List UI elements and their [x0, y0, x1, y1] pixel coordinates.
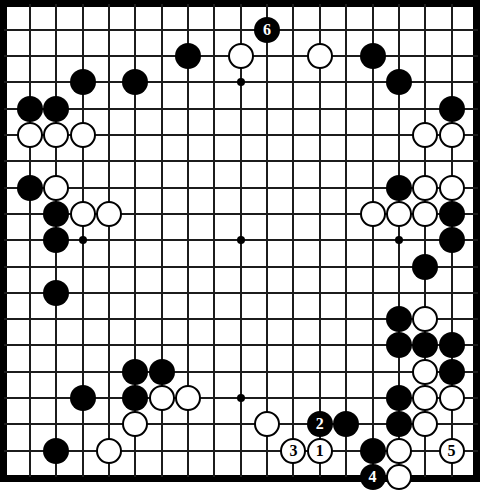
black-stone — [43, 96, 69, 122]
white-stone-move-3: 3 — [280, 438, 306, 464]
white-stone — [386, 438, 412, 464]
move-number-label: 5 — [448, 443, 456, 459]
black-stone — [386, 411, 412, 437]
black-stone — [386, 306, 412, 332]
white-stone — [412, 175, 438, 201]
black-stone — [439, 227, 465, 253]
black-stone — [43, 280, 69, 306]
white-stone-move-5: 5 — [439, 438, 465, 464]
black-stone — [43, 201, 69, 227]
black-stone — [70, 385, 96, 411]
black-stone — [439, 201, 465, 227]
grid-line-horizontal — [4, 160, 478, 162]
white-stone — [307, 43, 333, 69]
white-stone — [360, 201, 386, 227]
grid-line-horizontal — [4, 266, 478, 268]
black-stone — [70, 69, 96, 95]
white-stone — [439, 385, 465, 411]
black-stone — [17, 96, 43, 122]
black-stone — [360, 438, 386, 464]
move-number-label: 1 — [316, 443, 324, 459]
white-stone — [175, 385, 201, 411]
white-stone — [70, 122, 96, 148]
go-diagram: 623154 — [0, 0, 480, 491]
black-stone-move-6: 6 — [254, 17, 280, 43]
white-stone — [386, 464, 412, 490]
move-number-label: 6 — [263, 22, 271, 38]
grid-line-horizontal — [4, 371, 478, 373]
black-stone — [386, 385, 412, 411]
grid-line-horizontal — [4, 29, 478, 31]
grid-line-horizontal — [4, 292, 478, 294]
black-stone — [122, 359, 148, 385]
white-stone — [412, 359, 438, 385]
black-stone — [149, 359, 175, 385]
black-stone-move-2: 2 — [307, 411, 333, 437]
black-stone-move-4: 4 — [360, 464, 386, 490]
black-stone — [439, 96, 465, 122]
star-point — [237, 394, 245, 402]
star-point — [79, 236, 87, 244]
move-number-label: 4 — [369, 469, 377, 485]
white-stone — [412, 201, 438, 227]
move-number-label: 2 — [316, 416, 324, 432]
black-stone — [175, 43, 201, 69]
white-stone — [43, 175, 69, 201]
grid-line-horizontal — [4, 108, 478, 110]
star-point — [237, 236, 245, 244]
black-stone — [360, 43, 386, 69]
move-number-label: 3 — [289, 443, 297, 459]
white-stone — [17, 122, 43, 148]
white-stone — [149, 385, 175, 411]
white-stone — [228, 43, 254, 69]
white-stone-move-1: 1 — [307, 438, 333, 464]
white-stone — [386, 201, 412, 227]
black-stone — [412, 254, 438, 280]
go-board: 623154 — [0, 0, 480, 491]
black-stone — [17, 175, 43, 201]
black-stone — [386, 175, 412, 201]
black-stone — [439, 359, 465, 385]
black-stone — [43, 438, 69, 464]
white-stone — [70, 201, 96, 227]
white-stone — [96, 201, 122, 227]
black-stone — [439, 332, 465, 358]
white-stone — [96, 438, 122, 464]
white-stone — [439, 122, 465, 148]
white-stone — [439, 175, 465, 201]
